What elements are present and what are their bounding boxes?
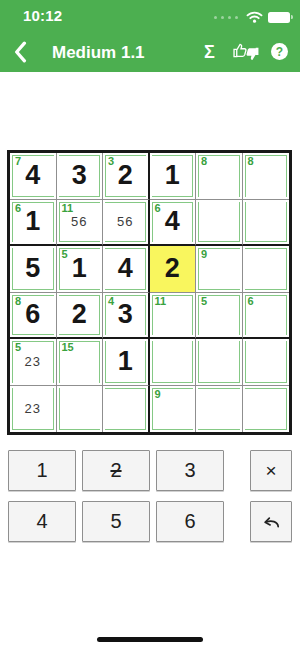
digit-button-5[interactable]: 5	[82, 501, 150, 542]
undo-arrow-icon	[260, 514, 282, 530]
cell-r2c5[interactable]	[243, 246, 290, 293]
digit-label: 6	[184, 510, 195, 533]
digit-button-6[interactable]: 6	[156, 501, 224, 542]
cage-border	[198, 388, 240, 431]
cell-r2c4[interactable]: 9	[196, 246, 243, 293]
cell-r2c0[interactable]: 5	[10, 246, 57, 293]
cage-border	[198, 295, 240, 336]
cell-r1c4[interactable]	[196, 200, 243, 247]
cage-border	[152, 295, 194, 336]
cell-value: 4	[150, 200, 196, 245]
cage-sum-label: 8	[201, 156, 207, 167]
sum-toggle-button[interactable]: Σ	[204, 42, 215, 63]
digit-label: 5	[110, 510, 121, 533]
cage-sum-label: 3	[108, 156, 114, 167]
help-button[interactable]: ?	[271, 43, 288, 60]
cage-border	[12, 295, 54, 336]
cell-value: 2	[103, 153, 148, 199]
cell-value: 1	[103, 339, 148, 385]
pencil-marks: 56	[103, 200, 148, 245]
cell-r1c2[interactable]: 56	[103, 200, 150, 247]
cage-sum-label: 6	[155, 203, 161, 214]
delete-icon: ×	[265, 460, 276, 482]
cage-border	[245, 341, 288, 383]
cell-r0c3[interactable]: 1	[150, 153, 197, 200]
cage-sum-label: 11	[155, 296, 167, 307]
cell-r5c5[interactable]	[243, 386, 290, 433]
cage-border	[105, 388, 146, 431]
cage-border	[105, 341, 146, 383]
cell-value: 3	[57, 153, 103, 199]
cell-value: 4	[10, 153, 56, 199]
board: 7433218861115656645514298624311565231512…	[7, 150, 292, 435]
cell-r1c5[interactable]	[243, 200, 290, 247]
cell-r4c0[interactable]: 523	[10, 339, 57, 386]
cage-border	[198, 248, 240, 290]
cage-sum-label: 9	[201, 249, 207, 260]
cage-sum-label: 5	[62, 249, 68, 260]
back-button[interactable]	[12, 41, 28, 63]
cage-border	[59, 295, 101, 336]
cell-r4c3[interactable]	[150, 339, 197, 386]
battery-icon	[268, 12, 290, 23]
status-clock: 10:12	[23, 7, 62, 24]
cage-border	[59, 388, 101, 431]
cage-border	[12, 155, 54, 197]
cage-border	[245, 295, 288, 336]
cell-r1c1[interactable]: 1156	[57, 200, 104, 247]
cage-border	[59, 341, 101, 383]
pencil-marks: 56	[57, 200, 103, 245]
cage-border	[59, 155, 101, 197]
cage-border	[105, 248, 146, 290]
cage-border	[105, 295, 146, 336]
cage-sum-label: 6	[15, 203, 21, 214]
pencil-marks: 23	[10, 386, 56, 433]
cage-border	[12, 248, 54, 290]
digit-label: 2	[110, 459, 121, 482]
digit-button-2[interactable]: 2	[82, 450, 150, 491]
cell-r3c2[interactable]: 43	[103, 293, 150, 340]
cell-r3c4[interactable]: 5	[196, 293, 243, 340]
cell-r3c1[interactable]: 2	[57, 293, 104, 340]
cell-r4c1[interactable]: 15	[57, 339, 104, 386]
cage-border	[152, 202, 194, 243]
cell-value: 3	[103, 293, 148, 338]
digit-label: 1	[36, 459, 47, 482]
cell-r0c5[interactable]: 8	[243, 153, 290, 200]
cell-value: 1	[10, 200, 56, 245]
cell-r3c3[interactable]: 11	[150, 293, 197, 340]
cage-sum-label: 5	[201, 296, 207, 307]
cage-border	[152, 341, 194, 383]
cell-r2c3[interactable]: 2	[150, 246, 197, 293]
cage-sum-label: 11	[62, 203, 74, 214]
cell-r5c2[interactable]	[103, 386, 150, 433]
cage-sum-label: 6	[248, 296, 254, 307]
cell-r4c4[interactable]	[196, 339, 243, 386]
cell-r0c1[interactable]: 3	[57, 153, 104, 200]
cage-sum-label: 7	[15, 156, 21, 167]
cell-value: 4	[103, 246, 148, 292]
home-indicator[interactable]	[97, 637, 203, 642]
cage-border	[245, 202, 288, 243]
digit-label: 3	[184, 459, 195, 482]
cell-r4c2[interactable]: 1	[103, 339, 150, 386]
cage-border	[12, 388, 54, 431]
cage-sum-label: 15	[62, 342, 74, 353]
cage-border	[105, 202, 146, 243]
cage-sum-label: 4	[108, 296, 114, 307]
cell-value: 1	[57, 246, 103, 292]
cage-sum-label: 8	[248, 156, 254, 167]
cage-sum-label: 8	[15, 296, 21, 307]
cage-sum-label: 5	[15, 342, 21, 353]
cage-border	[12, 202, 54, 243]
cell-r3c0[interactable]: 86	[10, 293, 57, 340]
cell-r2c2[interactable]: 4	[103, 246, 150, 293]
digit-button-4[interactable]: 4	[8, 501, 76, 542]
cell-value: 1	[150, 153, 196, 199]
cell-r5c4[interactable]	[196, 386, 243, 433]
app-header: 10:12 Medium 1.1 Σ ?	[0, 0, 300, 72]
digit-button-1[interactable]: 1	[8, 450, 76, 491]
cage-border	[152, 155, 194, 197]
rate-thumbs-icon[interactable]	[233, 41, 260, 64]
cell-value: 2	[57, 293, 103, 338]
wifi-icon	[246, 11, 263, 23]
cage-border	[198, 202, 240, 243]
cell-r4c5[interactable]	[243, 339, 290, 386]
cell-r2c1[interactable]: 51	[57, 246, 104, 293]
cell-r1c3[interactable]: 64	[150, 200, 197, 247]
cage-sum-label: 9	[155, 389, 161, 400]
cell-value: 6	[10, 293, 56, 338]
cage-border	[59, 202, 101, 243]
cell-r5c1[interactable]	[57, 386, 104, 433]
cell-r5c3[interactable]: 9	[150, 386, 197, 433]
cage-border	[198, 155, 240, 197]
help-glyph: ?	[276, 45, 283, 59]
cell-r0c0[interactable]: 74	[10, 153, 57, 200]
cellular-signal-icon	[214, 16, 238, 19]
status-icons	[214, 11, 290, 23]
cell-r5c0[interactable]: 23	[10, 386, 57, 433]
cell-value: 2	[150, 246, 196, 292]
cage-border	[245, 248, 288, 290]
cell-r0c4[interactable]: 8	[196, 153, 243, 200]
cage-border	[152, 388, 194, 431]
cage-border	[245, 388, 288, 431]
cage-border	[12, 341, 54, 383]
digit-button-3[interactable]: 3	[156, 450, 224, 491]
cell-r0c2[interactable]: 32	[103, 153, 150, 200]
cage-border	[59, 248, 101, 290]
digit-label: 4	[36, 510, 47, 533]
page-title: Medium 1.1	[52, 43, 145, 63]
delete-button[interactable]: ×	[250, 450, 292, 491]
pencil-marks: 23	[10, 339, 56, 385]
cage-border	[245, 155, 288, 197]
cage-border	[198, 341, 240, 383]
cell-r3c5[interactable]: 6	[243, 293, 290, 340]
undo-button[interactable]	[250, 501, 292, 542]
cell-value: 5	[10, 246, 56, 292]
cage-border	[105, 155, 146, 197]
cell-r1c0[interactable]: 61	[10, 200, 57, 247]
